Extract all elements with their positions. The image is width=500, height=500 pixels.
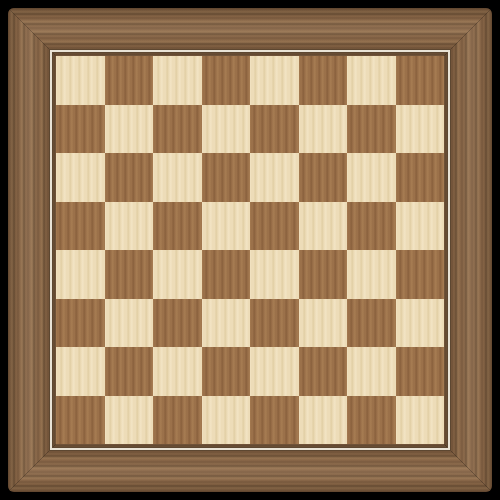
square-a1[interactable] <box>56 396 105 445</box>
square-d6[interactable] <box>202 153 251 202</box>
board-frame-right <box>444 8 492 492</box>
chessboard <box>8 8 492 492</box>
board-frame-bottom <box>8 444 492 492</box>
square-g2[interactable] <box>347 347 396 396</box>
square-g3[interactable] <box>347 299 396 348</box>
square-e1[interactable] <box>250 396 299 445</box>
square-e6[interactable] <box>250 153 299 202</box>
square-g5[interactable] <box>347 202 396 251</box>
square-c5[interactable] <box>153 202 202 251</box>
square-e3[interactable] <box>250 299 299 348</box>
square-f7[interactable] <box>299 105 348 154</box>
board-frame-top <box>8 8 492 56</box>
square-b1[interactable] <box>105 396 154 445</box>
square-b8[interactable] <box>105 56 154 105</box>
square-a2[interactable] <box>56 347 105 396</box>
square-b4[interactable] <box>105 250 154 299</box>
square-d8[interactable] <box>202 56 251 105</box>
square-f6[interactable] <box>299 153 348 202</box>
square-h2[interactable] <box>396 347 445 396</box>
square-d1[interactable] <box>202 396 251 445</box>
square-f5[interactable] <box>299 202 348 251</box>
chessboard-photo <box>0 0 500 500</box>
square-h1[interactable] <box>396 396 445 445</box>
square-c8[interactable] <box>153 56 202 105</box>
square-h7[interactable] <box>396 105 445 154</box>
square-d4[interactable] <box>202 250 251 299</box>
square-g7[interactable] <box>347 105 396 154</box>
square-d3[interactable] <box>202 299 251 348</box>
square-h5[interactable] <box>396 202 445 251</box>
square-f2[interactable] <box>299 347 348 396</box>
square-c7[interactable] <box>153 105 202 154</box>
square-g4[interactable] <box>347 250 396 299</box>
square-e5[interactable] <box>250 202 299 251</box>
square-g1[interactable] <box>347 396 396 445</box>
square-e2[interactable] <box>250 347 299 396</box>
square-g8[interactable] <box>347 56 396 105</box>
square-a5[interactable] <box>56 202 105 251</box>
square-f1[interactable] <box>299 396 348 445</box>
square-b7[interactable] <box>105 105 154 154</box>
square-c4[interactable] <box>153 250 202 299</box>
square-f3[interactable] <box>299 299 348 348</box>
square-f8[interactable] <box>299 56 348 105</box>
square-a8[interactable] <box>56 56 105 105</box>
square-b6[interactable] <box>105 153 154 202</box>
square-b5[interactable] <box>105 202 154 251</box>
square-c3[interactable] <box>153 299 202 348</box>
square-c1[interactable] <box>153 396 202 445</box>
square-e7[interactable] <box>250 105 299 154</box>
square-c6[interactable] <box>153 153 202 202</box>
square-a4[interactable] <box>56 250 105 299</box>
square-h3[interactable] <box>396 299 445 348</box>
square-f4[interactable] <box>299 250 348 299</box>
board-frame-left <box>8 8 56 492</box>
square-c2[interactable] <box>153 347 202 396</box>
square-e4[interactable] <box>250 250 299 299</box>
square-d2[interactable] <box>202 347 251 396</box>
square-a3[interactable] <box>56 299 105 348</box>
square-e8[interactable] <box>250 56 299 105</box>
square-h8[interactable] <box>396 56 445 105</box>
square-b2[interactable] <box>105 347 154 396</box>
square-h4[interactable] <box>396 250 445 299</box>
square-a6[interactable] <box>56 153 105 202</box>
square-d5[interactable] <box>202 202 251 251</box>
square-a7[interactable] <box>56 105 105 154</box>
playing-area <box>56 56 444 444</box>
square-g6[interactable] <box>347 153 396 202</box>
square-b3[interactable] <box>105 299 154 348</box>
square-d7[interactable] <box>202 105 251 154</box>
square-h6[interactable] <box>396 153 445 202</box>
